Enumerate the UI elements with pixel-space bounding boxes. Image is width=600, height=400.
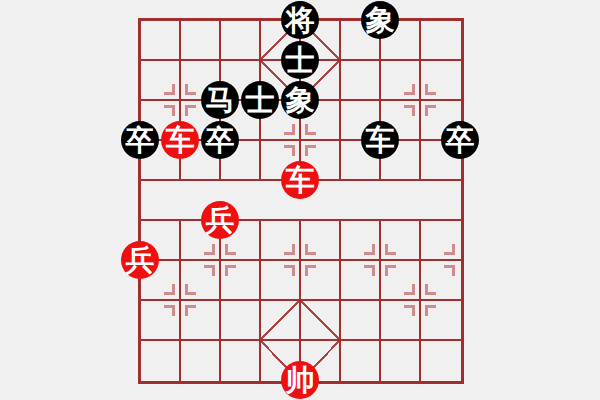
board-cell[interactable] [141,301,181,341]
point-marker [305,244,316,255]
point-marker [305,124,316,135]
point-marker [204,265,215,276]
point-marker [385,244,396,255]
piece-black-soldier[interactable]: 卒 [201,121,239,159]
piece-red-chariot[interactable]: 车 [281,161,319,199]
point-marker [444,244,455,255]
point-marker [164,305,175,316]
point-marker [364,265,375,276]
piece-black-elephant[interactable]: 象 [361,1,399,39]
board-cell[interactable] [341,61,381,101]
point-marker [425,284,436,295]
point-marker [185,284,196,295]
point-marker [444,265,455,276]
point-marker [185,84,196,95]
piece-black-advisor[interactable]: 士 [281,41,319,79]
board-cell[interactable] [421,21,461,61]
board-cell[interactable] [341,261,381,301]
board-cell[interactable] [381,181,421,221]
piece-red-chariot[interactable]: 车 [161,121,199,159]
board-cell[interactable] [341,301,381,341]
piece-black-horse[interactable]: 马 [201,81,239,119]
point-marker [305,145,316,156]
piece-black-elephant[interactable]: 象 [281,81,319,119]
board-cell[interactable] [341,341,381,381]
point-marker [284,124,295,135]
board-cell[interactable] [261,221,301,261]
board-cell[interactable] [381,61,421,101]
board-cell[interactable] [221,301,261,341]
point-marker [284,145,295,156]
point-marker [404,84,415,95]
point-marker [225,265,236,276]
board-cell[interactable] [301,301,341,341]
point-marker [425,305,436,316]
point-marker [404,105,415,116]
board-cell[interactable] [221,21,261,61]
piece-black-soldier[interactable]: 卒 [441,121,479,159]
point-marker [225,244,236,255]
point-marker [164,105,175,116]
xiangqi-board-screen: 将象士马士象卒车卒车卒车兵兵帅 [0,0,600,400]
board-cell[interactable] [181,21,221,61]
point-marker [404,284,415,295]
board-cell[interactable] [381,341,421,381]
board-cell[interactable] [421,341,461,381]
board-cell[interactable] [141,341,181,381]
board-cell[interactable] [421,221,461,261]
point-marker [364,244,375,255]
point-marker [305,265,316,276]
point-marker [284,265,295,276]
board-cell[interactable] [421,261,461,301]
piece-black-general[interactable]: 将 [281,1,319,39]
point-marker [185,105,196,116]
board-cell[interactable] [261,301,301,341]
point-marker [425,84,436,95]
board-cell[interactable] [381,301,421,341]
board-cell[interactable] [181,341,221,381]
board-cell[interactable] [421,181,461,221]
board-cell[interactable] [341,181,381,221]
board-cell[interactable] [181,261,221,301]
board-cell[interactable] [141,61,181,101]
piece-black-soldier[interactable]: 卒 [121,121,159,159]
board-cell[interactable] [141,181,181,221]
piece-red-soldier[interactable]: 兵 [121,241,159,279]
point-marker [425,105,436,116]
piece-red-soldier[interactable]: 兵 [201,201,239,239]
point-marker [404,305,415,316]
board-cell[interactable] [221,341,261,381]
board-cell[interactable] [301,221,341,261]
point-marker [164,84,175,95]
board-cell[interactable] [421,61,461,101]
point-marker [385,265,396,276]
board-cell[interactable] [141,21,181,61]
board-cell[interactable] [261,261,301,301]
board-cell[interactable] [341,221,381,261]
point-marker [284,244,295,255]
piece-red-general[interactable]: 帅 [281,361,319,399]
point-marker [185,305,196,316]
point-marker [204,244,215,255]
piece-black-chariot[interactable]: 车 [361,121,399,159]
point-marker [164,284,175,295]
piece-black-advisor[interactable]: 士 [241,81,279,119]
board-cell[interactable] [381,221,421,261]
